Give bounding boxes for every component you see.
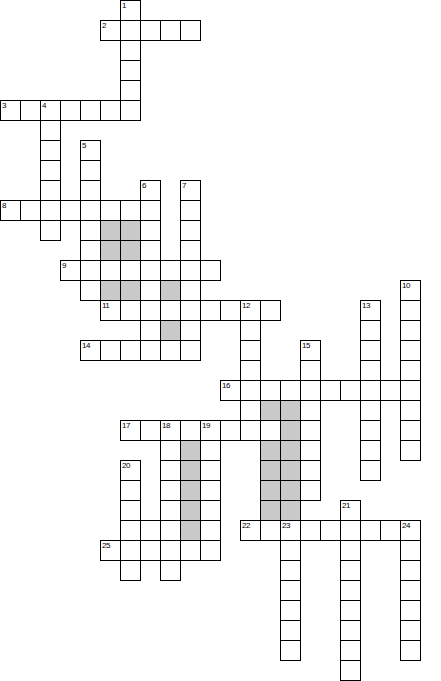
answer-cell-r5-c4[interactable] <box>80 100 101 121</box>
answer-cell-r25-c10[interactable] <box>200 500 221 521</box>
filler-cell-r23-c13 <box>260 460 281 481</box>
answer-cell-r20-c15[interactable] <box>300 400 321 421</box>
answer-cell-r30-c20[interactable] <box>400 600 421 621</box>
filler-cell-r23-c14 <box>280 460 301 481</box>
clue-number-11: 11 <box>102 301 109 310</box>
answer-cell-r11-c9[interactable] <box>180 220 201 241</box>
answer-cell-r17-c4[interactable]: 14 <box>80 340 101 361</box>
answer-cell-r30-c17[interactable] <box>340 600 361 621</box>
answer-cell-r15-c7[interactable] <box>140 300 161 321</box>
answer-cell-r26-c8[interactable] <box>160 520 181 541</box>
answer-cell-r28-c8[interactable] <box>160 560 181 581</box>
answer-cell-r18-c12[interactable] <box>240 360 261 381</box>
answer-cell-r5-c1[interactable] <box>20 100 41 121</box>
answer-cell-r27-c9[interactable] <box>180 540 201 561</box>
answer-cell-r29-c14[interactable] <box>280 580 301 601</box>
answer-cell-r19-c13[interactable] <box>260 380 281 401</box>
filler-cell-r24-c9 <box>180 480 201 501</box>
answer-cell-r12-c9[interactable] <box>180 240 201 261</box>
answer-cell-r23-c18[interactable] <box>360 460 381 481</box>
filler-cell-r11-c6 <box>120 220 141 241</box>
answer-cell-r16-c7[interactable] <box>140 320 161 341</box>
answer-cell-r21-c6[interactable]: 17 <box>120 420 141 441</box>
answer-cell-r5-c2[interactable]: 4 <box>40 100 61 121</box>
answer-cell-r10-c2[interactable] <box>40 200 61 221</box>
clue-number-5: 5 <box>82 141 86 150</box>
answer-cell-r17-c20[interactable] <box>400 340 421 361</box>
answer-cell-r16-c20[interactable] <box>400 320 421 341</box>
answer-cell-r32-c14[interactable] <box>280 640 301 661</box>
clue-number-16: 16 <box>222 381 230 390</box>
answer-cell-r15-c10[interactable] <box>200 300 221 321</box>
answer-cell-r20-c12[interactable] <box>240 400 261 421</box>
answer-cell-r29-c20[interactable] <box>400 580 421 601</box>
answer-cell-r6-c2[interactable] <box>40 120 61 141</box>
answer-cell-r17-c6[interactable] <box>120 340 141 361</box>
clue-number-9: 9 <box>62 261 66 270</box>
answer-cell-r17-c15[interactable]: 15 <box>300 340 321 361</box>
filler-cell-r14-c5 <box>100 280 121 301</box>
answer-cell-r19-c11[interactable]: 16 <box>220 380 241 401</box>
answer-cell-r1-c6[interactable] <box>120 20 141 41</box>
answer-cell-r28-c6[interactable] <box>120 560 141 581</box>
answer-cell-r31-c14[interactable] <box>280 620 301 641</box>
answer-cell-r21-c11[interactable] <box>220 420 241 441</box>
answer-cell-r20-c20[interactable] <box>400 400 421 421</box>
clue-number-21: 21 <box>342 501 350 510</box>
answer-cell-r26-c6[interactable] <box>120 520 141 541</box>
answer-cell-r17-c8[interactable] <box>160 340 181 361</box>
clue-number-17: 17 <box>122 421 130 430</box>
answer-cell-r1-c8[interactable] <box>160 20 181 41</box>
answer-cell-r26-c19[interactable] <box>380 520 401 541</box>
answer-cell-r15-c11[interactable] <box>220 300 241 321</box>
answer-cell-r14-c4[interactable] <box>80 280 101 301</box>
clue-number-2: 2 <box>102 21 106 30</box>
answer-cell-r13-c4[interactable] <box>80 260 101 281</box>
answer-cell-r11-c4[interactable] <box>80 220 101 241</box>
clue-number-10: 10 <box>402 281 410 290</box>
answer-cell-r15-c8[interactable] <box>160 300 181 321</box>
clue-number-24: 24 <box>402 521 410 530</box>
answer-cell-r25-c8[interactable] <box>160 500 181 521</box>
clue-number-13: 13 <box>362 301 370 310</box>
answer-cell-r16-c18[interactable] <box>360 320 381 341</box>
answer-cell-r15-c18[interactable]: 13 <box>360 300 381 321</box>
answer-cell-r21-c8[interactable]: 18 <box>160 420 181 441</box>
answer-cell-r14-c9[interactable] <box>180 280 201 301</box>
answer-cell-r12-c7[interactable] <box>140 240 161 261</box>
answer-cell-r10-c7[interactable] <box>140 200 161 221</box>
answer-cell-r19-c18[interactable] <box>360 380 381 401</box>
answer-cell-r3-c6[interactable] <box>120 60 141 81</box>
answer-cell-r5-c6[interactable] <box>120 100 141 121</box>
answer-cell-r18-c18[interactable] <box>360 360 381 381</box>
answer-cell-r13-c7[interactable] <box>140 260 161 281</box>
answer-cell-r13-c3[interactable]: 9 <box>60 260 81 281</box>
answer-cell-r14-c7[interactable] <box>140 280 161 301</box>
answer-cell-r20-c18[interactable] <box>360 400 381 421</box>
answer-cell-r10-c9[interactable] <box>180 200 201 221</box>
answer-cell-r0-c6[interactable]: 1 <box>120 0 141 21</box>
answer-cell-r16-c9[interactable] <box>180 320 201 341</box>
answer-cell-r10-c5[interactable] <box>100 200 121 221</box>
answer-cell-r31-c20[interactable] <box>400 620 421 641</box>
answer-cell-r27-c7[interactable] <box>140 540 161 561</box>
clue-number-8: 8 <box>2 201 6 210</box>
answer-cell-r26-c14[interactable]: 23 <box>280 520 301 541</box>
clue-number-4: 4 <box>42 101 46 110</box>
filler-cell-r23-c9 <box>180 460 201 481</box>
filler-cell-r14-c6 <box>120 280 141 301</box>
filler-cell-r26-c9 <box>180 520 201 541</box>
answer-cell-r5-c5[interactable] <box>100 100 121 121</box>
answer-cell-r21-c18[interactable] <box>360 420 381 441</box>
clue-number-22: 22 <box>242 521 250 530</box>
answer-cell-r26-c15[interactable] <box>300 520 321 541</box>
answer-cell-r16-c12[interactable] <box>240 320 261 341</box>
answer-cell-r22-c10[interactable] <box>200 440 221 461</box>
answer-cell-r25-c6[interactable] <box>120 500 141 521</box>
answer-cell-r5-c3[interactable] <box>60 100 81 121</box>
answer-cell-r10-c4[interactable] <box>80 200 101 221</box>
answer-cell-r13-c10[interactable] <box>200 260 221 281</box>
answer-cell-r10-c0[interactable]: 8 <box>0 200 21 221</box>
answer-cell-r27-c14[interactable] <box>280 540 301 561</box>
answer-cell-r15-c13[interactable] <box>260 300 281 321</box>
answer-cell-r32-c20[interactable] <box>400 640 421 661</box>
answer-cell-r19-c20[interactable] <box>400 380 421 401</box>
answer-cell-r17-c18[interactable] <box>360 340 381 361</box>
filler-cell-r25-c13 <box>260 500 281 521</box>
answer-cell-r18-c20[interactable] <box>400 360 421 381</box>
answer-cell-r14-c20[interactable]: 10 <box>400 280 421 301</box>
answer-cell-r9-c4[interactable] <box>80 180 101 201</box>
answer-cell-r24-c10[interactable] <box>200 480 221 501</box>
answer-cell-r27-c17[interactable] <box>340 540 361 561</box>
answer-cell-r21-c20[interactable] <box>400 420 421 441</box>
answer-cell-r8-c2[interactable] <box>40 160 61 181</box>
answer-cell-r27-c5[interactable]: 25 <box>100 540 121 561</box>
clue-number-25: 25 <box>102 541 110 550</box>
answer-cell-r31-c17[interactable] <box>340 620 361 641</box>
answer-cell-r26-c18[interactable] <box>360 520 381 541</box>
answer-cell-r21-c13[interactable] <box>260 420 281 441</box>
answer-cell-r28-c14[interactable] <box>280 560 301 581</box>
answer-cell-r24-c8[interactable] <box>160 480 181 501</box>
filler-cell-r20-c13 <box>260 400 281 421</box>
filler-cell-r21-c14 <box>280 420 301 441</box>
answer-cell-r26-c17[interactable] <box>340 520 361 541</box>
answer-cell-r17-c7[interactable] <box>140 340 161 361</box>
filler-cell-r12-c5 <box>100 240 121 261</box>
filler-cell-r16-c8 <box>160 320 181 341</box>
answer-cell-r15-c6[interactable] <box>120 300 141 321</box>
answer-cell-r26-c12[interactable]: 22 <box>240 520 261 541</box>
answer-cell-r24-c15[interactable] <box>300 480 321 501</box>
answer-cell-r23-c8[interactable] <box>160 460 181 481</box>
answer-cell-r11-c7[interactable] <box>140 220 161 241</box>
answer-cell-r19-c19[interactable] <box>380 380 401 401</box>
answer-cell-r19-c12[interactable] <box>240 380 261 401</box>
answer-cell-r19-c17[interactable] <box>340 380 361 401</box>
answer-cell-r7-c4[interactable]: 5 <box>80 140 101 161</box>
filler-cell-r22-c9 <box>180 440 201 461</box>
filler-cell-r24-c13 <box>260 480 281 501</box>
answer-cell-r2-c6[interactable] <box>120 40 141 61</box>
answer-cell-r12-c4[interactable] <box>80 240 101 261</box>
answer-cell-r17-c9[interactable] <box>180 340 201 361</box>
filler-cell-r12-c6 <box>120 240 141 261</box>
clue-number-20: 20 <box>122 461 130 470</box>
answer-cell-r11-c2[interactable] <box>40 220 61 241</box>
answer-cell-r27-c8[interactable] <box>160 540 181 561</box>
filler-cell-r20-c14 <box>280 400 301 421</box>
answer-cell-r10-c6[interactable] <box>120 200 141 221</box>
answer-cell-r10-c1[interactable] <box>20 200 41 221</box>
answer-cell-r23-c15[interactable] <box>300 460 321 481</box>
filler-cell-r11-c5 <box>100 220 121 241</box>
answer-cell-r22-c20[interactable] <box>400 440 421 461</box>
answer-cell-r13-c9[interactable] <box>180 260 201 281</box>
filler-cell-r22-c13 <box>260 440 281 461</box>
answer-cell-r19-c16[interactable] <box>320 380 341 401</box>
answer-cell-r17-c12[interactable] <box>240 340 261 361</box>
answer-cell-r26-c16[interactable] <box>320 520 341 541</box>
answer-cell-r7-c2[interactable] <box>40 140 61 161</box>
answer-cell-r9-c2[interactable] <box>40 180 61 201</box>
clue-number-19: 19 <box>202 421 210 430</box>
clue-number-12: 12 <box>242 301 250 310</box>
answer-cell-r27-c20[interactable] <box>400 540 421 561</box>
clue-number-15: 15 <box>302 341 310 350</box>
answer-cell-r21-c10[interactable]: 19 <box>200 420 221 441</box>
clue-number-23: 23 <box>282 521 290 530</box>
answer-cell-r19-c15[interactable] <box>300 380 321 401</box>
answer-cell-r9-c7[interactable]: 6 <box>140 180 161 201</box>
answer-cell-r29-c17[interactable] <box>340 580 361 601</box>
clue-number-1: 1 <box>122 1 126 10</box>
answer-cell-r4-c6[interactable] <box>120 80 141 101</box>
answer-cell-r15-c12[interactable]: 12 <box>240 300 261 321</box>
answer-cell-r13-c8[interactable] <box>160 260 181 281</box>
answer-cell-r23-c6[interactable]: 20 <box>120 460 141 481</box>
answer-cell-r26-c7[interactable] <box>140 520 161 541</box>
answer-cell-r22-c8[interactable] <box>160 440 181 461</box>
answer-cell-r30-c14[interactable] <box>280 600 301 621</box>
answer-cell-r22-c18[interactable] <box>360 440 381 461</box>
answer-cell-r18-c15[interactable] <box>300 360 321 381</box>
answer-cell-r28-c20[interactable] <box>400 560 421 581</box>
filler-cell-r25-c9 <box>180 500 201 521</box>
answer-cell-r24-c6[interactable] <box>120 480 141 501</box>
answer-cell-r21-c15[interactable] <box>300 420 321 441</box>
filler-cell-r22-c14 <box>280 440 301 461</box>
answer-cell-r32-c17[interactable] <box>340 640 361 661</box>
answer-cell-r21-c9[interactable] <box>180 420 201 441</box>
clue-number-7: 7 <box>182 181 186 190</box>
answer-cell-r27-c6[interactable] <box>120 540 141 561</box>
filler-cell-r14-c8 <box>160 280 181 301</box>
answer-cell-r22-c15[interactable] <box>300 440 321 461</box>
answer-cell-r5-c0[interactable]: 3 <box>0 100 21 121</box>
answer-cell-r8-c4[interactable] <box>80 160 101 181</box>
clue-number-6: 6 <box>142 181 146 190</box>
answer-cell-r28-c17[interactable] <box>340 560 361 581</box>
answer-cell-r15-c9[interactable] <box>180 300 201 321</box>
answer-cell-r13-c6[interactable] <box>120 260 141 281</box>
answer-cell-r9-c9[interactable]: 7 <box>180 180 201 201</box>
answer-cell-r21-c7[interactable] <box>140 420 161 441</box>
clue-number-3: 3 <box>2 101 6 110</box>
answer-cell-r1-c9[interactable] <box>180 20 201 41</box>
filler-cell-r25-c14 <box>280 500 301 521</box>
clue-number-14: 14 <box>82 341 90 350</box>
answer-cell-r33-c17[interactable] <box>340 660 361 681</box>
answer-cell-r21-c12[interactable] <box>240 420 261 441</box>
answer-cell-r1-c7[interactable] <box>140 20 161 41</box>
answer-cell-r25-c17[interactable]: 21 <box>340 500 361 521</box>
crossword-page: 1234567891011121314151617181920212223242… <box>0 0 441 681</box>
answer-cell-r13-c5[interactable] <box>100 260 121 281</box>
answer-cell-r23-c10[interactable] <box>200 460 221 481</box>
answer-cell-r15-c20[interactable] <box>400 300 421 321</box>
filler-cell-r24-c14 <box>280 480 301 501</box>
clue-number-18: 18 <box>162 421 170 430</box>
answer-cell-r27-c10[interactable] <box>200 540 221 561</box>
answer-cell-r10-c3[interactable] <box>60 200 81 221</box>
answer-cell-r26-c13[interactable] <box>260 520 281 541</box>
answer-cell-r1-c5[interactable]: 2 <box>100 20 121 41</box>
answer-cell-r15-c5[interactable]: 11 <box>100 300 121 321</box>
answer-cell-r17-c5[interactable] <box>100 340 121 361</box>
answer-cell-r26-c20[interactable]: 24 <box>400 520 421 541</box>
answer-cell-r19-c14[interactable] <box>280 380 301 401</box>
answer-cell-r26-c10[interactable] <box>200 520 221 541</box>
crossword-grid: 1234567891011121314151617181920212223242… <box>0 0 441 681</box>
